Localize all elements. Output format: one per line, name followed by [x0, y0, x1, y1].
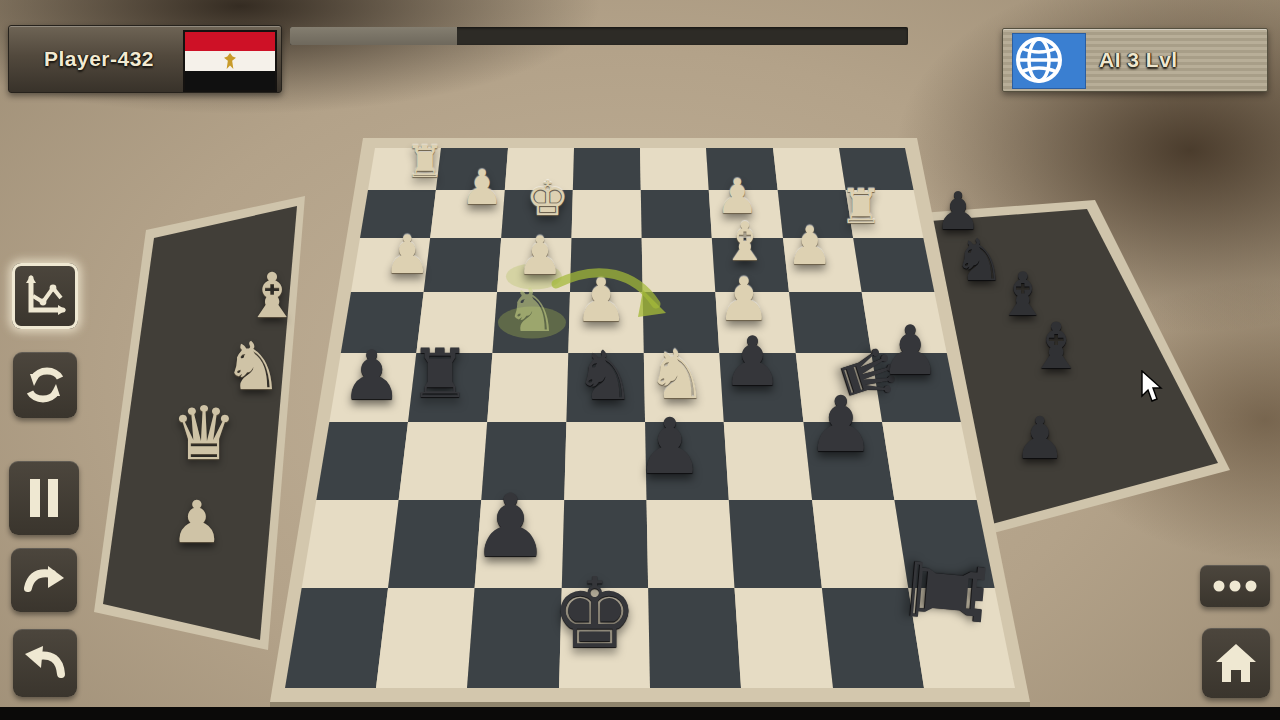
mouse-cursor	[1140, 370, 1166, 404]
game-screen: { "game": "chess", "app_style": "Real Ch…	[0, 0, 1280, 720]
last-move-arrow	[0, 0, 1280, 720]
